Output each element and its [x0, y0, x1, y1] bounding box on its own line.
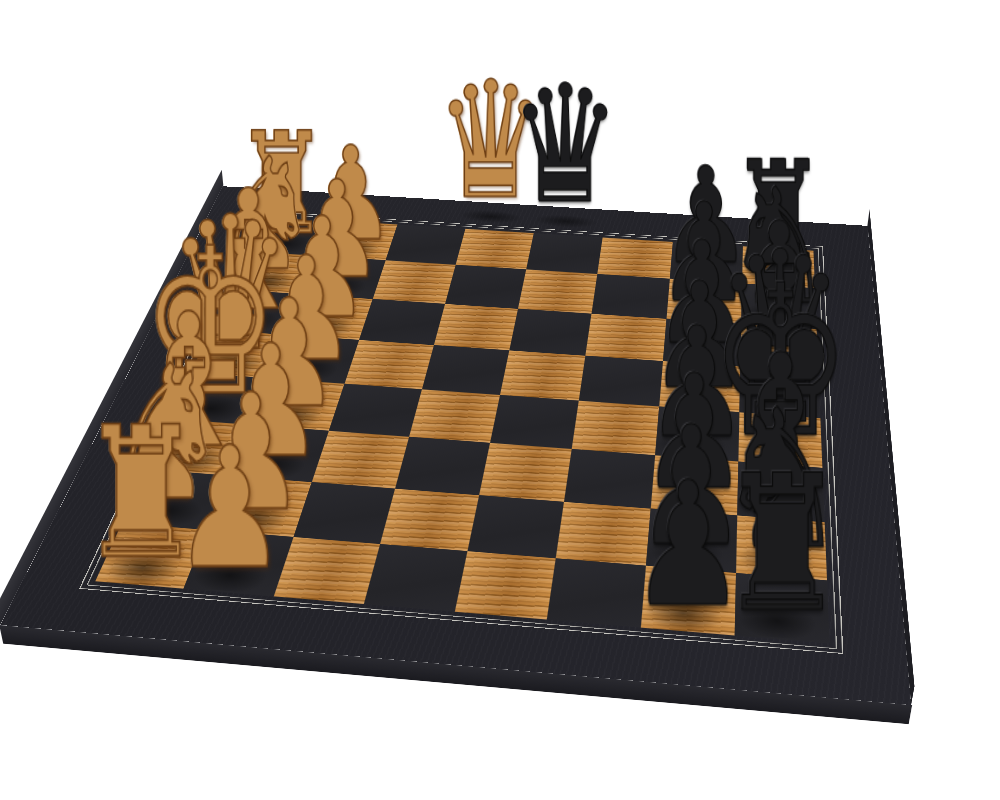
square-h8: ♜	[734, 573, 829, 644]
square-f4	[395, 437, 490, 495]
square-a5	[526, 233, 603, 274]
square-h2: ♟	[184, 530, 293, 597]
square-g3	[293, 482, 395, 544]
square-c5	[509, 309, 591, 356]
square-d3	[344, 340, 434, 390]
square-d4	[422, 345, 510, 395]
square-a3	[385, 224, 465, 265]
square-h3	[273, 537, 380, 604]
black-rook-icon: ♜	[718, 451, 846, 639]
square-c3	[359, 299, 445, 345]
pinstripe-border-inner: ♜♟♟♜♞♟♟♞♝♟♟♝♛♟♟♛♚♟♟♚♝♟♟♝♞♟♟♞♜♟♟♜	[86, 213, 837, 649]
square-b3	[372, 260, 455, 303]
square-g4	[380, 488, 479, 551]
square-h5	[455, 551, 556, 620]
square-h4	[364, 544, 468, 612]
square-f3	[311, 431, 408, 488]
pinstripe-border: ♜♟♟♜♞♟♟♞♝♟♟♝♛♟♟♛♚♟♟♚♝♟♟♝♞♟♟♞♜♟♟♜	[79, 211, 843, 654]
square-g5	[467, 495, 564, 558]
square-a4	[455, 229, 533, 270]
chess-board: ♜♟♟♜♞♟♟♞♝♟♟♝♛♟♟♛♚♟♟♚♝♟♟♝♞♟♟♞♜♟♟♜ ♛♛	[0, 186, 911, 705]
product-photo-background: ♜♟♟♜♞♟♟♞♝♟♟♝♛♟♟♛♚♟♟♚♝♟♟♝♞♟♟♞♜♟♟♜ ♛♛	[0, 0, 1000, 800]
square-b5	[518, 270, 597, 314]
square-e5	[490, 395, 579, 449]
square-b4	[445, 265, 526, 309]
board-edge-right	[867, 209, 914, 706]
white-pawn-icon: ♟	[173, 425, 287, 592]
square-f5	[479, 443, 572, 501]
square-c4	[434, 304, 518, 351]
black-queen-icon: ♛	[511, 64, 621, 226]
board-squares: ♜♟♟♜♞♟♟♞♝♟♟♝♛♟♟♛♚♟♟♚♝♟♟♝♞♟♟♞♜♟♟♜	[95, 216, 829, 644]
square-e3	[328, 384, 421, 437]
square-d5	[500, 350, 586, 400]
square-e4	[409, 389, 500, 443]
